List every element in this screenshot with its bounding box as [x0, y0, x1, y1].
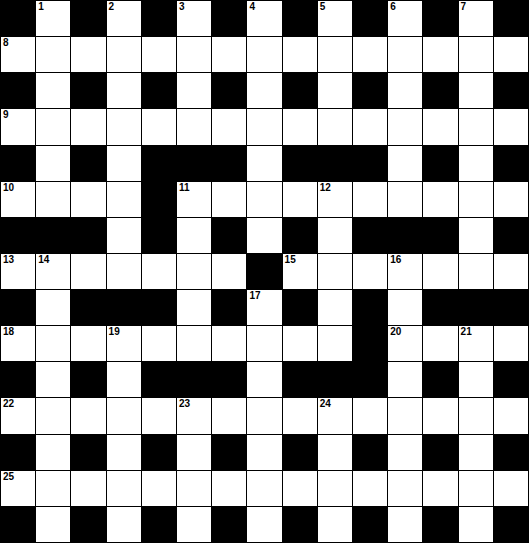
letter-cell[interactable]: [177, 435, 211, 470]
letter-cell[interactable]: [107, 471, 141, 506]
letter-cell[interactable]: [107, 37, 141, 72]
block-cell: [142, 218, 176, 253]
block-cell: [283, 290, 317, 325]
letter-cell[interactable]: 11: [177, 182, 211, 217]
block-cell: [142, 435, 176, 470]
block-cell: [107, 290, 141, 325]
block-cell: [142, 362, 176, 397]
letter-cell[interactable]: [247, 362, 281, 397]
block-cell: [212, 362, 246, 397]
letter-cell[interactable]: [459, 471, 493, 506]
letter-cell[interactable]: [36, 109, 70, 144]
block-cell: [423, 362, 457, 397]
block-cell: [494, 290, 528, 325]
letter-cell[interactable]: [71, 182, 105, 217]
letter-cell[interactable]: [177, 37, 211, 72]
letter-cell[interactable]: [107, 73, 141, 108]
block-cell: [423, 146, 457, 181]
letter-cell[interactable]: [353, 37, 387, 72]
block-cell: [142, 182, 176, 217]
block-cell: [1, 362, 35, 397]
letter-cell[interactable]: [247, 73, 281, 108]
letter-cell[interactable]: [423, 182, 457, 217]
letter-cell[interactable]: 10: [1, 182, 35, 217]
letter-cell[interactable]: [247, 146, 281, 181]
letter-cell[interactable]: [247, 182, 281, 217]
letter-cell[interactable]: [107, 435, 141, 470]
block-cell: [142, 290, 176, 325]
letter-cell[interactable]: 14: [36, 254, 70, 289]
letter-cell[interactable]: [318, 435, 352, 470]
letter-cell[interactable]: [212, 326, 246, 361]
clue-number: 25: [3, 471, 14, 483]
block-cell: [71, 362, 105, 397]
letter-cell[interactable]: [107, 507, 141, 542]
block-cell: [388, 218, 422, 253]
block-cell: [353, 290, 387, 325]
block-cell: [1, 146, 35, 181]
letter-cell[interactable]: [71, 109, 105, 144]
letter-cell[interactable]: [459, 507, 493, 542]
clue-number: 3: [179, 1, 185, 13]
letter-cell[interactable]: [36, 73, 70, 108]
letter-cell[interactable]: [388, 109, 422, 144]
letter-cell[interactable]: [142, 37, 176, 72]
letter-cell[interactable]: [459, 435, 493, 470]
letter-cell[interactable]: [247, 37, 281, 72]
block-cell: [71, 73, 105, 108]
letter-cell[interactable]: [36, 471, 70, 506]
letter-cell[interactable]: 13: [1, 254, 35, 289]
block-cell: [142, 507, 176, 542]
letter-cell[interactable]: [388, 146, 422, 181]
block-cell: [459, 290, 493, 325]
letter-cell[interactable]: [423, 398, 457, 433]
letter-cell[interactable]: [212, 182, 246, 217]
letter-cell[interactable]: [107, 146, 141, 181]
block-cell: [318, 362, 352, 397]
block-cell: [353, 218, 387, 253]
block-cell: [212, 435, 246, 470]
letter-cell[interactable]: [388, 471, 422, 506]
letter-cell[interactable]: [283, 37, 317, 72]
block-cell: [423, 507, 457, 542]
clue-number: 14: [38, 254, 49, 266]
letter-cell[interactable]: [494, 109, 528, 144]
letter-cell[interactable]: [388, 37, 422, 72]
letter-cell[interactable]: [247, 435, 281, 470]
block-cell: [283, 362, 317, 397]
block-cell: [353, 1, 387, 36]
clue-number: 17: [249, 290, 260, 302]
block-cell: [177, 146, 211, 181]
letter-cell[interactable]: [283, 109, 317, 144]
letter-cell[interactable]: [36, 398, 70, 433]
block-cell: [71, 290, 105, 325]
block-cell: [71, 1, 105, 36]
block-cell: [212, 146, 246, 181]
letter-cell[interactable]: [388, 290, 422, 325]
letter-cell[interactable]: [247, 471, 281, 506]
letter-cell[interactable]: [247, 109, 281, 144]
letter-cell[interactable]: 22: [1, 398, 35, 433]
letter-cell[interactable]: [36, 37, 70, 72]
letter-cell[interactable]: 16: [388, 254, 422, 289]
clue-number: 1: [38, 1, 44, 13]
letter-cell[interactable]: [388, 507, 422, 542]
block-cell: [283, 146, 317, 181]
letter-cell[interactable]: [459, 218, 493, 253]
block-cell: [494, 1, 528, 36]
block-cell: [353, 435, 387, 470]
clue-number: 16: [390, 254, 401, 266]
letter-cell[interactable]: [494, 471, 528, 506]
block-cell: [1, 290, 35, 325]
letter-cell[interactable]: [107, 398, 141, 433]
letter-cell[interactable]: [107, 218, 141, 253]
letter-cell[interactable]: [423, 109, 457, 144]
letter-cell[interactable]: 12: [318, 182, 352, 217]
letter-cell[interactable]: [36, 326, 70, 361]
letter-cell[interactable]: [36, 146, 70, 181]
letter-cell[interactable]: [36, 182, 70, 217]
letter-cell[interactable]: [212, 254, 246, 289]
block-cell: [283, 1, 317, 36]
letter-cell[interactable]: [353, 254, 387, 289]
block-cell: [247, 254, 281, 289]
letter-cell[interactable]: 8: [1, 37, 35, 72]
letter-cell[interactable]: [142, 109, 176, 144]
letter-cell[interactable]: [36, 435, 70, 470]
block-cell: [494, 507, 528, 542]
block-cell: [212, 218, 246, 253]
letter-cell[interactable]: 24: [318, 398, 352, 433]
letter-cell[interactable]: [494, 326, 528, 361]
clue-number: 6: [390, 1, 396, 13]
letter-cell[interactable]: [318, 218, 352, 253]
letter-cell[interactable]: [318, 471, 352, 506]
letter-cell[interactable]: [318, 326, 352, 361]
clue-number: 7: [461, 1, 467, 13]
letter-cell[interactable]: [212, 37, 246, 72]
letter-cell[interactable]: [494, 254, 528, 289]
letter-cell[interactable]: [247, 326, 281, 361]
letter-cell[interactable]: [318, 37, 352, 72]
letter-cell[interactable]: 18: [1, 326, 35, 361]
block-cell: [142, 73, 176, 108]
clue-number: 20: [390, 326, 401, 338]
letter-cell[interactable]: [353, 471, 387, 506]
letter-cell[interactable]: [177, 471, 211, 506]
letter-cell[interactable]: [107, 362, 141, 397]
letter-cell[interactable]: [71, 471, 105, 506]
letter-cell[interactable]: [177, 507, 211, 542]
letter-cell[interactable]: [494, 398, 528, 433]
block-cell: [212, 507, 246, 542]
block-cell: [353, 362, 387, 397]
letter-cell[interactable]: [142, 254, 176, 289]
block-cell: [494, 435, 528, 470]
block-cell: [1, 507, 35, 542]
letter-cell[interactable]: 9: [1, 109, 35, 144]
letter-cell[interactable]: [247, 218, 281, 253]
block-cell: [1, 1, 35, 36]
block-cell: [71, 146, 105, 181]
letter-cell[interactable]: 21: [459, 326, 493, 361]
letter-cell[interactable]: [494, 37, 528, 72]
letter-cell[interactable]: [283, 182, 317, 217]
letter-cell[interactable]: [283, 398, 317, 433]
letter-cell[interactable]: [423, 326, 457, 361]
block-cell: [36, 218, 70, 253]
letter-cell[interactable]: [459, 398, 493, 433]
block-cell: [212, 1, 246, 36]
letter-cell[interactable]: [107, 254, 141, 289]
block-cell: [71, 435, 105, 470]
letter-cell[interactable]: [459, 37, 493, 72]
block-cell: [1, 73, 35, 108]
letter-cell[interactable]: [459, 109, 493, 144]
block-cell: [142, 146, 176, 181]
block-cell: [71, 507, 105, 542]
letter-cell[interactable]: [107, 182, 141, 217]
block-cell: [423, 435, 457, 470]
letter-cell[interactable]: [459, 73, 493, 108]
letter-cell[interactable]: 23: [177, 398, 211, 433]
letter-cell[interactable]: 25: [1, 471, 35, 506]
letter-cell[interactable]: [459, 182, 493, 217]
block-cell: [494, 218, 528, 253]
letter-cell[interactable]: [177, 326, 211, 361]
letter-cell[interactable]: [283, 326, 317, 361]
clue-number: 12: [320, 182, 331, 194]
clue-number: 13: [3, 254, 14, 266]
block-cell: [423, 218, 457, 253]
letter-cell[interactable]: 17: [247, 290, 281, 325]
letter-cell[interactable]: [318, 254, 352, 289]
block-cell: [283, 73, 317, 108]
block-cell: [423, 1, 457, 36]
letter-cell[interactable]: [353, 398, 387, 433]
letter-cell[interactable]: [107, 109, 141, 144]
block-cell: [494, 73, 528, 108]
block-cell: [353, 146, 387, 181]
block-cell: [423, 73, 457, 108]
block-cell: [283, 218, 317, 253]
letter-cell[interactable]: 1: [36, 1, 70, 36]
block-cell: [353, 73, 387, 108]
letter-cell[interactable]: [177, 290, 211, 325]
clue-number: 10: [3, 182, 14, 194]
clue-number: 15: [285, 254, 296, 266]
block-cell: [177, 362, 211, 397]
letter-cell[interactable]: [36, 507, 70, 542]
letter-cell[interactable]: [494, 182, 528, 217]
letter-cell[interactable]: [142, 471, 176, 506]
block-cell: [318, 146, 352, 181]
clue-number: 5: [320, 1, 326, 13]
letter-cell[interactable]: [388, 362, 422, 397]
letter-cell[interactable]: [423, 37, 457, 72]
block-cell: [283, 435, 317, 470]
clue-number: 8: [3, 37, 9, 49]
letter-cell[interactable]: [177, 109, 211, 144]
letter-cell[interactable]: [353, 109, 387, 144]
letter-cell[interactable]: [36, 362, 70, 397]
block-cell: [353, 326, 387, 361]
block-cell: [142, 1, 176, 36]
letter-cell[interactable]: [71, 398, 105, 433]
clue-number: 19: [109, 326, 120, 338]
letter-cell[interactable]: 2: [107, 1, 141, 36]
letter-cell[interactable]: [353, 182, 387, 217]
letter-cell[interactable]: 3: [177, 1, 211, 36]
letter-cell[interactable]: [142, 398, 176, 433]
letter-cell[interactable]: 6: [388, 1, 422, 36]
letter-cell[interactable]: [71, 37, 105, 72]
letter-cell[interactable]: [71, 326, 105, 361]
letter-cell[interactable]: [177, 254, 211, 289]
clue-number: 22: [3, 398, 14, 410]
letter-cell[interactable]: [71, 254, 105, 289]
letter-cell[interactable]: [36, 290, 70, 325]
clue-number: 23: [179, 398, 190, 410]
block-cell: [353, 507, 387, 542]
letter-cell[interactable]: [318, 507, 352, 542]
letter-cell[interactable]: [318, 290, 352, 325]
clue-number: 18: [3, 326, 14, 338]
letter-cell[interactable]: [423, 254, 457, 289]
letter-cell[interactable]: [177, 218, 211, 253]
letter-cell[interactable]: [388, 398, 422, 433]
letter-cell[interactable]: [283, 471, 317, 506]
letter-cell[interactable]: [388, 73, 422, 108]
clue-number: 21: [461, 326, 472, 338]
block-cell: [212, 290, 246, 325]
letter-cell[interactable]: [212, 109, 246, 144]
clue-number: 4: [249, 1, 255, 13]
letter-cell[interactable]: 15: [283, 254, 317, 289]
clue-number: 2: [109, 1, 115, 13]
letter-cell[interactable]: [459, 362, 493, 397]
crossword-grid: 1234567891011121314151617181920212223242…: [0, 0, 529, 543]
letter-cell[interactable]: [212, 471, 246, 506]
letter-cell[interactable]: [318, 73, 352, 108]
letter-cell[interactable]: 5: [318, 1, 352, 36]
clue-number: 9: [3, 109, 9, 121]
letter-cell[interactable]: 4: [247, 1, 281, 36]
letter-cell[interactable]: [459, 146, 493, 181]
block-cell: [1, 435, 35, 470]
block-cell: [1, 218, 35, 253]
clue-number: 24: [320, 398, 331, 410]
letter-cell[interactable]: 7: [459, 1, 493, 36]
block-cell: [212, 73, 246, 108]
letter-cell[interactable]: [142, 326, 176, 361]
letter-cell[interactable]: [318, 109, 352, 144]
letter-cell[interactable]: 19: [107, 326, 141, 361]
letter-cell[interactable]: 20: [388, 326, 422, 361]
clue-number: 11: [179, 182, 190, 194]
block-cell: [423, 290, 457, 325]
letter-cell[interactable]: [247, 398, 281, 433]
block-cell: [283, 507, 317, 542]
letter-cell[interactable]: [247, 507, 281, 542]
letter-cell[interactable]: [459, 254, 493, 289]
letter-cell[interactable]: [388, 182, 422, 217]
letter-cell[interactable]: [388, 435, 422, 470]
letter-cell[interactable]: [177, 73, 211, 108]
block-cell: [494, 146, 528, 181]
block-cell: [494, 362, 528, 397]
letter-cell[interactable]: [212, 398, 246, 433]
letter-cell[interactable]: [423, 471, 457, 506]
block-cell: [71, 218, 105, 253]
